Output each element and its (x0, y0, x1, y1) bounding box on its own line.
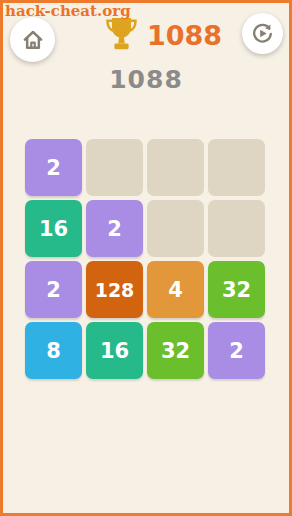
home-icon (20, 27, 46, 53)
restart-icon (250, 21, 275, 46)
tile-32: 32 (208, 261, 265, 318)
game-screen: hack-cheat.org 1088 (0, 0, 292, 516)
tile-32: 32 (147, 322, 204, 379)
watermark: hack-cheat.org (5, 2, 131, 20)
tile-4: 4 (147, 261, 204, 318)
tile-128: 128 (86, 261, 143, 318)
restart-button[interactable] (242, 13, 283, 54)
tile-2: 2 (86, 200, 143, 257)
tile-8: 8 (25, 322, 82, 379)
tile-2: 2 (208, 322, 265, 379)
empty-cell (147, 139, 204, 196)
trophy-icon (105, 16, 138, 54)
home-button[interactable] (10, 17, 55, 62)
best-score-display: 1088 (105, 14, 222, 56)
empty-cell (147, 200, 204, 257)
tile-16: 16 (86, 322, 143, 379)
tile-2: 2 (25, 139, 82, 196)
tile-16: 16 (25, 200, 82, 257)
board[interactable]: 21622128432816322 (25, 139, 265, 379)
empty-cell (208, 200, 265, 257)
empty-cell (208, 139, 265, 196)
best-score-value: 1088 (147, 20, 222, 51)
empty-cell (86, 139, 143, 196)
tile-2: 2 (25, 261, 82, 318)
current-score: 1088 (3, 65, 289, 94)
